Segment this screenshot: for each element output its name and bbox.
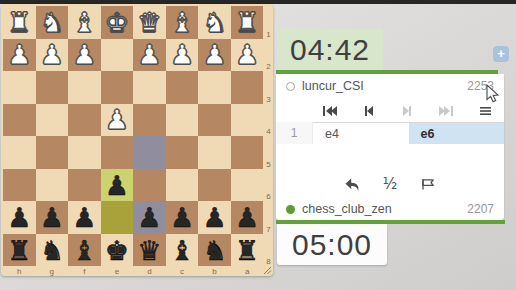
black-queen-d8[interactable]: ♛ xyxy=(137,237,161,264)
go-previous-icon[interactable] xyxy=(363,105,375,117)
square-e2[interactable] xyxy=(101,39,134,72)
square-g5[interactable] xyxy=(36,136,69,169)
black-pawn-h7[interactable]: ♟ xyxy=(7,204,31,231)
square-d2[interactable]: ♟ xyxy=(133,39,166,72)
black-rook-h8[interactable]: ♜ xyxy=(7,237,31,264)
menu-icon[interactable] xyxy=(479,105,492,117)
black-knight-g8[interactable]: ♞ xyxy=(40,237,64,264)
square-c8[interactable]: ♝ xyxy=(166,234,199,267)
square-e6[interactable]: ♟ xyxy=(101,169,134,202)
rank-label-5: 5 xyxy=(264,136,273,169)
file-label-a: a xyxy=(231,267,264,276)
file-coordinates: hgfedcba xyxy=(3,267,263,276)
takeback-icon[interactable] xyxy=(343,175,361,193)
square-e1[interactable]: ♚ xyxy=(101,6,134,39)
black-rook-a8[interactable]: ♜ xyxy=(235,237,259,264)
square-g1[interactable]: ♞ xyxy=(36,6,69,39)
square-g3[interactable] xyxy=(36,71,69,104)
rank-label-1: 1 xyxy=(264,6,273,39)
move-list: 1 e4 e6 xyxy=(276,122,504,144)
square-d5[interactable] xyxy=(133,136,166,169)
square-g4[interactable] xyxy=(36,104,69,137)
rank-label-4: 4 xyxy=(264,104,273,137)
square-b3[interactable] xyxy=(198,71,231,104)
panel-spacer xyxy=(276,144,504,170)
file-label-g: g xyxy=(36,267,69,276)
file-label-h: h xyxy=(3,267,36,276)
square-g8[interactable]: ♞ xyxy=(36,234,69,267)
white-bishop-c1[interactable]: ♝ xyxy=(170,9,194,36)
green-dot-icon xyxy=(286,205,295,214)
player-bottom: chess_club_zen 2207 xyxy=(276,198,504,220)
white-rook-h1[interactable]: ♜ xyxy=(7,9,31,36)
square-f1[interactable]: ♝ xyxy=(68,6,101,39)
black-pawn-d7[interactable]: ♟ xyxy=(137,204,161,231)
square-a6[interactable] xyxy=(231,169,264,202)
file-label-f: f xyxy=(68,267,101,276)
add-time-button[interactable]: + xyxy=(493,46,509,62)
rank-label-7: 7 xyxy=(264,201,273,234)
black-pawn-g7[interactable]: ♟ xyxy=(40,204,64,231)
square-g6[interactable] xyxy=(36,169,69,202)
square-a3[interactable] xyxy=(231,71,264,104)
black-pawn-c7[interactable]: ♟ xyxy=(170,204,194,231)
white-pawn-f2[interactable]: ♟ xyxy=(72,41,96,68)
square-h1[interactable]: ♜ xyxy=(3,6,36,39)
chess-board[interactable]: ♜♞♝♚♛♝♞♜♟♟♟♟♟♟♟♟♟♟♟♟♟♟♟♟♜♞♝♚♛♝♞♜ 1234567… xyxy=(1,4,273,276)
game-actions: ½ xyxy=(276,170,504,198)
square-a5[interactable] xyxy=(231,136,264,169)
white-circle-icon xyxy=(286,82,295,91)
square-b8[interactable]: ♞ xyxy=(198,234,231,267)
square-d1[interactable]: ♛ xyxy=(133,6,166,39)
square-c7[interactable]: ♟ xyxy=(166,201,199,234)
white-knight-g1[interactable]: ♞ xyxy=(40,9,64,36)
square-f4[interactable] xyxy=(68,104,101,137)
move-black-current[interactable]: e6 xyxy=(409,123,505,144)
square-d8[interactable]: ♛ xyxy=(133,234,166,267)
black-pawn-a7[interactable]: ♟ xyxy=(235,204,259,231)
square-h5[interactable] xyxy=(3,136,36,169)
square-c3[interactable] xyxy=(166,71,199,104)
black-pawn-f7[interactable]: ♟ xyxy=(72,204,96,231)
square-d3[interactable] xyxy=(133,71,166,104)
move-nav xyxy=(276,98,504,122)
square-c1[interactable]: ♝ xyxy=(166,6,199,39)
go-last-icon[interactable] xyxy=(438,105,454,117)
file-label-e: e xyxy=(101,267,134,276)
square-c6[interactable] xyxy=(166,169,199,202)
square-b1[interactable]: ♞ xyxy=(198,6,231,39)
square-a7[interactable]: ♟ xyxy=(231,201,264,234)
white-rook-a1[interactable]: ♜ xyxy=(235,9,259,36)
square-h4[interactable] xyxy=(3,104,36,137)
square-f7[interactable]: ♟ xyxy=(68,201,101,234)
square-b5[interactable] xyxy=(198,136,231,169)
square-g2[interactable]: ♟ xyxy=(36,39,69,72)
square-f5[interactable] xyxy=(68,136,101,169)
square-e5[interactable] xyxy=(101,136,134,169)
square-a2[interactable]: ♟ xyxy=(231,39,264,72)
file-label-b: b xyxy=(198,267,231,276)
square-h2[interactable]: ♟ xyxy=(3,39,36,72)
square-d4[interactable] xyxy=(133,104,166,137)
rank-label-2: 2 xyxy=(264,39,273,72)
square-c5[interactable] xyxy=(166,136,199,169)
player-bottom-name[interactable]: chess_club_zen xyxy=(302,202,392,216)
square-h8[interactable]: ♜ xyxy=(3,234,36,267)
black-knight-b8[interactable]: ♞ xyxy=(202,237,226,264)
white-pawn-h2[interactable]: ♟ xyxy=(7,41,31,68)
white-pawn-a2[interactable]: ♟ xyxy=(235,41,259,68)
black-king-e8[interactable]: ♚ xyxy=(105,237,129,264)
file-label-c: c xyxy=(166,267,199,276)
square-b2[interactable]: ♟ xyxy=(198,39,231,72)
square-g7[interactable]: ♟ xyxy=(36,201,69,234)
square-e7[interactable] xyxy=(101,201,134,234)
square-f8[interactable]: ♝ xyxy=(68,234,101,267)
square-e3[interactable] xyxy=(101,71,134,104)
white-pawn-d2[interactable]: ♟ xyxy=(137,41,161,68)
clock-bottom-time: 05:00 xyxy=(292,228,372,262)
square-e8[interactable]: ♚ xyxy=(101,234,134,267)
square-f2[interactable]: ♟ xyxy=(68,39,101,72)
resign-flag-icon[interactable] xyxy=(419,175,437,193)
square-e4[interactable]: ♟ xyxy=(101,104,134,137)
white-bishop-f1[interactable]: ♝ xyxy=(72,9,96,36)
square-f3[interactable] xyxy=(68,71,101,104)
draw-half-icon[interactable]: ½ xyxy=(381,175,399,193)
black-bishop-f8[interactable]: ♝ xyxy=(72,237,96,264)
white-knight-b1[interactable]: ♞ xyxy=(202,9,226,36)
white-pawn-g2[interactable]: ♟ xyxy=(40,41,64,68)
board-resize-icon[interactable] xyxy=(263,266,272,275)
move-white[interactable]: e4 xyxy=(313,123,409,144)
move-cells: e4 e6 xyxy=(313,122,504,144)
square-h3[interactable] xyxy=(3,71,36,104)
black-pawn-b7[interactable]: ♟ xyxy=(202,204,226,231)
square-b4[interactable] xyxy=(198,104,231,137)
go-first-icon[interactable] xyxy=(322,105,338,117)
square-a8[interactable]: ♜ xyxy=(231,234,264,267)
player-top-rating: 2253 xyxy=(467,79,494,93)
square-b6[interactable] xyxy=(198,169,231,202)
board-squares: ♜♞♝♚♛♝♞♜♟♟♟♟♟♟♟♟♟♟♟♟♟♟♟♟♜♞♝♚♛♝♞♜ xyxy=(3,6,263,266)
go-next-icon[interactable] xyxy=(401,105,413,117)
square-c4[interactable] xyxy=(166,104,199,137)
rank-label-3: 3 xyxy=(264,71,273,104)
rank-coordinates: 12345678 xyxy=(264,6,273,266)
player-top-name[interactable]: luncur_CSI xyxy=(302,79,364,93)
black-pawn-e6[interactable]: ♟ xyxy=(105,172,129,199)
clock-top-time: 04:42 xyxy=(290,33,370,67)
square-h7[interactable]: ♟ xyxy=(3,201,36,234)
app-window: ♜♞♝♚♛♝♞♜♟♟♟♟♟♟♟♟♟♟♟♟♟♟♟♟♜♞♝♚♛♝♞♜ 1234567… xyxy=(0,0,516,290)
square-a4[interactable] xyxy=(231,104,264,137)
black-bishop-c8[interactable]: ♝ xyxy=(170,237,194,264)
square-f6[interactable] xyxy=(68,169,101,202)
white-pawn-c2[interactable]: ♟ xyxy=(170,41,194,68)
white-king-e1[interactable]: ♚ xyxy=(105,9,129,36)
square-d6[interactable] xyxy=(133,169,166,202)
game-panel: luncur_CSI 2253 xyxy=(276,74,504,220)
player-top: luncur_CSI 2253 xyxy=(276,74,504,98)
white-pawn-b2[interactable]: ♟ xyxy=(202,41,226,68)
move-number: 1 xyxy=(276,122,313,144)
square-d7[interactable]: ♟ xyxy=(133,201,166,234)
square-h6[interactable] xyxy=(3,169,36,202)
rank-label-8: 8 xyxy=(264,234,273,267)
white-queen-d1[interactable]: ♛ xyxy=(137,9,161,36)
clock-top: 04:42 xyxy=(277,29,383,70)
square-b7[interactable]: ♟ xyxy=(198,201,231,234)
square-c2[interactable]: ♟ xyxy=(166,39,199,72)
square-a1[interactable]: ♜ xyxy=(231,6,264,39)
white-pawn-e4[interactable]: ♟ xyxy=(105,106,129,133)
file-label-d: d xyxy=(133,267,166,276)
player-bottom-rating: 2207 xyxy=(467,202,494,216)
clock-bottom: 05:00 xyxy=(277,224,387,265)
rank-label-6: 6 xyxy=(264,169,273,202)
